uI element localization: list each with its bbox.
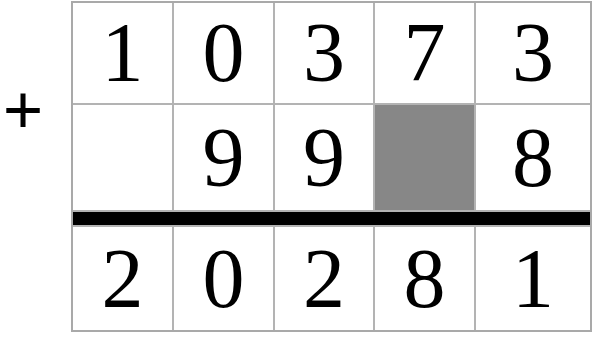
hidden-digit-cell-r2c4 (375, 105, 474, 210)
addition-worksheet: + 1 0 3 7 3 9 9 8 2 0 2 8 1 (0, 0, 600, 341)
digit-cell-r3c1: 2 (73, 227, 172, 330)
addition-grid: 1 0 3 7 3 9 9 8 2 0 2 8 1 (71, 1, 592, 332)
digit-cell-r3c2: 0 (174, 227, 273, 330)
digit-cell-r1c3: 3 (275, 3, 373, 103)
digit-cell-r2c3: 9 (275, 105, 373, 210)
blank-cell-r2c1 (73, 105, 172, 210)
digit-cell-r1c1: 1 (73, 3, 172, 103)
digit-cell-r3c5: 1 (476, 227, 590, 330)
digit-cell-r2c2: 9 (174, 105, 273, 210)
digit-cell-r2c5: 8 (476, 105, 590, 210)
digit-cell-r3c3: 2 (275, 227, 373, 330)
digit-cell-r1c2: 0 (174, 3, 273, 103)
digit-cell-r1c5: 3 (476, 3, 590, 103)
digit-cell-r3c4: 8 (375, 227, 474, 330)
sum-rule-line (73, 212, 590, 225)
digit-cell-r1c4: 7 (375, 3, 474, 103)
plus-operator: + (0, 77, 46, 142)
